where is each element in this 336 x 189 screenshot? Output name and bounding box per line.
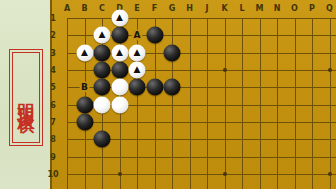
go-board[interactable]: ABCDEFGHJKLMNOPQ12345678910▲▲▲▲▲▲AB <box>52 0 336 189</box>
white-stone-C2[interactable]: ▲ <box>94 27 111 44</box>
coord-row-8: 8 <box>50 135 56 144</box>
coord-col-O: O <box>291 4 298 13</box>
go-app-screenshot: 明玥谈棋 ABCDEFGHJKLMNOPQ12345678910▲▲▲▲▲▲AB <box>0 0 336 189</box>
coord-row-7: 7 <box>50 118 56 127</box>
coord-row-1: 1 <box>50 14 56 23</box>
coord-col-C: C <box>99 4 105 13</box>
coord-col-A: A <box>64 4 70 13</box>
channel-title-text: 明玥谈棋 <box>18 90 35 106</box>
grid-line-col-P <box>312 18 313 189</box>
coord-col-K: K <box>221 4 227 13</box>
triangle-mark: ▲ <box>81 48 88 57</box>
black-stone-B6[interactable] <box>76 96 93 113</box>
black-stone-F5[interactable] <box>146 79 163 96</box>
black-stone-C4[interactable] <box>94 62 111 79</box>
coord-row-4: 4 <box>50 66 56 75</box>
triangle-mark: ▲ <box>134 48 141 57</box>
grid-line-col-J <box>207 18 208 189</box>
grid-line-row-10 <box>67 174 336 175</box>
grid-line-col-M <box>260 18 261 189</box>
grid-line-col-H <box>190 18 191 189</box>
coord-row-5: 5 <box>50 83 56 92</box>
white-stone-B3[interactable]: ▲ <box>76 44 93 61</box>
grid-line-row-1 <box>67 18 336 19</box>
triangle-mark: ▲ <box>116 48 123 57</box>
coord-col-H: H <box>186 4 193 13</box>
coord-col-Q: Q <box>326 4 333 13</box>
white-stone-D5[interactable] <box>111 79 128 96</box>
black-stone-C5[interactable] <box>94 79 111 96</box>
channel-title-panel: 明玥谈棋 <box>0 0 50 189</box>
coord-col-B: B <box>81 4 87 13</box>
grid-line-row-9 <box>67 157 336 158</box>
star-point-D10 <box>118 172 122 176</box>
black-stone-G5[interactable] <box>164 79 181 96</box>
white-stone-E4[interactable]: ▲ <box>129 62 146 79</box>
coord-row-10: 10 <box>47 170 58 179</box>
grid-line-row-7 <box>67 122 336 123</box>
white-stone-D6[interactable] <box>111 96 128 113</box>
black-stone-C3[interactable] <box>94 44 111 61</box>
coord-col-J: J <box>206 4 209 13</box>
point-label-A: A <box>132 30 143 41</box>
star-point-K10 <box>223 172 227 176</box>
white-stone-E3[interactable]: ▲ <box>129 44 146 61</box>
grid-line-col-N <box>277 18 278 189</box>
coord-col-G: G <box>169 4 176 13</box>
black-stone-D2[interactable] <box>111 27 128 44</box>
coord-row-2: 2 <box>50 31 56 40</box>
coord-col-L: L <box>239 4 244 13</box>
grid-line-col-O <box>295 18 296 189</box>
triangle-mark: ▲ <box>134 65 141 74</box>
grid-line-col-Q <box>330 18 331 189</box>
grid-line-col-K <box>225 18 226 189</box>
black-stone-D4[interactable] <box>111 62 128 79</box>
coord-row-6: 6 <box>50 100 56 109</box>
black-stone-C8[interactable] <box>94 131 111 148</box>
title-red-frame-inner: 明玥谈棋 <box>12 52 40 143</box>
point-label-B: B <box>79 82 90 93</box>
star-point-Q4 <box>328 68 332 72</box>
triangle-mark: ▲ <box>99 30 106 39</box>
white-stone-C6[interactable] <box>94 96 111 113</box>
black-stone-E5[interactable] <box>129 79 146 96</box>
coord-row-3: 3 <box>50 48 56 57</box>
black-stone-F2[interactable] <box>146 27 163 44</box>
grid-line-col-L <box>242 18 243 189</box>
title-red-frame: 明玥谈棋 <box>9 49 43 146</box>
black-stone-B7[interactable] <box>76 114 93 131</box>
coord-col-N: N <box>274 4 281 13</box>
coord-col-E: E <box>134 4 139 13</box>
triangle-mark: ▲ <box>116 13 123 22</box>
star-point-K4 <box>223 68 227 72</box>
coord-col-P: P <box>309 4 315 13</box>
white-stone-D1[interactable]: ▲ <box>111 10 128 27</box>
black-stone-G3[interactable] <box>164 44 181 61</box>
coord-col-F: F <box>152 4 157 13</box>
white-stone-D3[interactable]: ▲ <box>111 44 128 61</box>
coord-col-M: M <box>256 4 264 13</box>
star-point-Q10 <box>328 172 332 176</box>
grid-line-col-A <box>67 18 68 189</box>
coord-row-9: 9 <box>50 152 56 161</box>
